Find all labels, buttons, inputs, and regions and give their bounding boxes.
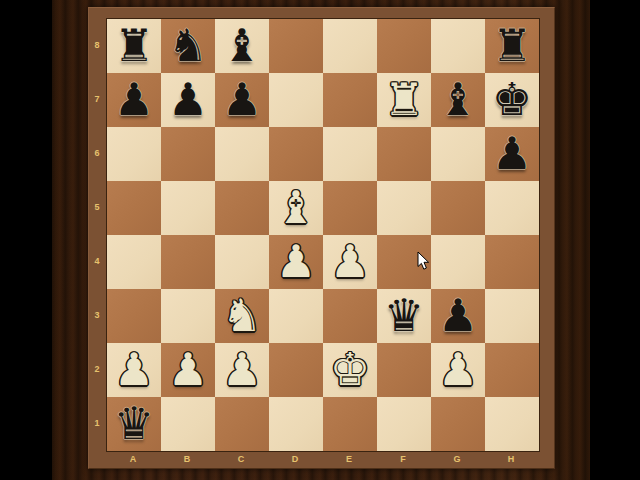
rank-label-3: 3 <box>88 288 106 342</box>
file-label-g: G <box>430 451 484 468</box>
square-h4[interactable] <box>485 235 539 289</box>
square-a1[interactable]: ♛ <box>107 397 161 451</box>
square-e1[interactable] <box>323 397 377 451</box>
file-label-b: B <box>160 451 214 468</box>
white-pawn[interactable]: ♟ <box>431 343 485 397</box>
square-b8[interactable]: ♞ <box>161 19 215 73</box>
square-d3[interactable] <box>269 289 323 343</box>
square-e4[interactable]: ♟ <box>323 235 377 289</box>
rank-label-8: 8 <box>88 18 106 72</box>
square-g7[interactable]: ♝ <box>431 73 485 127</box>
file-label-e: E <box>322 451 376 468</box>
square-b5[interactable] <box>161 181 215 235</box>
square-d4[interactable]: ♟ <box>269 235 323 289</box>
square-c1[interactable] <box>215 397 269 451</box>
file-label-a: A <box>106 451 160 468</box>
square-b6[interactable] <box>161 127 215 181</box>
rank-label-6: 6 <box>88 126 106 180</box>
square-d1[interactable] <box>269 397 323 451</box>
square-g5[interactable] <box>431 181 485 235</box>
cursor-pointer <box>417 251 430 271</box>
square-a4[interactable] <box>107 235 161 289</box>
square-f5[interactable] <box>377 181 431 235</box>
black-pawn[interactable]: ♟ <box>431 289 485 343</box>
square-a3[interactable] <box>107 289 161 343</box>
black-rook[interactable]: ♜ <box>485 19 539 73</box>
square-e7[interactable] <box>323 73 377 127</box>
square-h6[interactable]: ♟ <box>485 127 539 181</box>
black-king[interactable]: ♚ <box>485 73 539 127</box>
square-g8[interactable] <box>431 19 485 73</box>
square-h5[interactable] <box>485 181 539 235</box>
square-a6[interactable] <box>107 127 161 181</box>
square-a2[interactable]: ♟ <box>107 343 161 397</box>
black-pawn[interactable]: ♟ <box>485 127 539 181</box>
square-d2[interactable] <box>269 343 323 397</box>
square-f1[interactable] <box>377 397 431 451</box>
page-root: ♜♞♝♜♟♟♟♜♝♚♟♝♟♟♞♛♟♟♟♟♚♟♛ 87654321 ABCDEFG… <box>0 0 640 480</box>
chess-board[interactable]: ♜♞♝♜♟♟♟♜♝♚♟♝♟♟♞♛♟♟♟♟♚♟♛ <box>106 18 540 452</box>
white-pawn[interactable]: ♟ <box>269 235 323 289</box>
rank-label-4: 4 <box>88 234 106 288</box>
file-label-c: C <box>214 451 268 468</box>
square-g2[interactable]: ♟ <box>431 343 485 397</box>
black-knight[interactable]: ♞ <box>161 19 215 73</box>
square-c2[interactable]: ♟ <box>215 343 269 397</box>
white-pawn[interactable]: ♟ <box>215 343 269 397</box>
rank-label-5: 5 <box>88 180 106 234</box>
square-d5[interactable]: ♝ <box>269 181 323 235</box>
square-d6[interactable] <box>269 127 323 181</box>
square-e3[interactable] <box>323 289 377 343</box>
file-label-f: F <box>376 451 430 468</box>
square-f6[interactable] <box>377 127 431 181</box>
square-b4[interactable] <box>161 235 215 289</box>
white-bishop[interactable]: ♝ <box>269 181 323 235</box>
black-queen[interactable]: ♛ <box>377 289 431 343</box>
square-b1[interactable] <box>161 397 215 451</box>
square-c7[interactable]: ♟ <box>215 73 269 127</box>
square-g3[interactable]: ♟ <box>431 289 485 343</box>
rank-label-1: 1 <box>88 396 106 450</box>
square-f2[interactable] <box>377 343 431 397</box>
white-king[interactable]: ♚ <box>323 343 377 397</box>
white-knight[interactable]: ♞ <box>215 289 269 343</box>
square-e5[interactable] <box>323 181 377 235</box>
white-pawn[interactable]: ♟ <box>323 235 377 289</box>
rank-label-7: 7 <box>88 72 106 126</box>
black-queen[interactable]: ♛ <box>107 397 161 451</box>
square-c5[interactable] <box>215 181 269 235</box>
square-f8[interactable] <box>377 19 431 73</box>
square-b7[interactable]: ♟ <box>161 73 215 127</box>
square-c4[interactable] <box>215 235 269 289</box>
square-b3[interactable] <box>161 289 215 343</box>
square-b2[interactable]: ♟ <box>161 343 215 397</box>
square-d8[interactable] <box>269 19 323 73</box>
black-bishop[interactable]: ♝ <box>431 73 485 127</box>
white-pawn[interactable]: ♟ <box>161 343 215 397</box>
square-e6[interactable] <box>323 127 377 181</box>
white-rook[interactable]: ♜ <box>377 73 431 127</box>
square-g1[interactable] <box>431 397 485 451</box>
square-a5[interactable] <box>107 181 161 235</box>
black-bishop[interactable]: ♝ <box>215 19 269 73</box>
white-pawn[interactable]: ♟ <box>107 343 161 397</box>
square-f7[interactable]: ♜ <box>377 73 431 127</box>
square-f3[interactable]: ♛ <box>377 289 431 343</box>
square-e2[interactable]: ♚ <box>323 343 377 397</box>
square-g6[interactable] <box>431 127 485 181</box>
file-label-h: H <box>484 451 538 468</box>
black-pawn[interactable]: ♟ <box>107 73 161 127</box>
square-h2[interactable] <box>485 343 539 397</box>
square-c6[interactable] <box>215 127 269 181</box>
rank-label-2: 2 <box>88 342 106 396</box>
square-g4[interactable] <box>431 235 485 289</box>
black-pawn[interactable]: ♟ <box>161 73 215 127</box>
square-e8[interactable] <box>323 19 377 73</box>
square-h3[interactable] <box>485 289 539 343</box>
black-rook[interactable]: ♜ <box>107 19 161 73</box>
file-label-d: D <box>268 451 322 468</box>
black-pawn[interactable]: ♟ <box>215 73 269 127</box>
square-a7[interactable]: ♟ <box>107 73 161 127</box>
square-c8[interactable]: ♝ <box>215 19 269 73</box>
square-h7[interactable]: ♚ <box>485 73 539 127</box>
square-h1[interactable] <box>485 397 539 451</box>
square-d7[interactable] <box>269 73 323 127</box>
square-c3[interactable]: ♞ <box>215 289 269 343</box>
square-h8[interactable]: ♜ <box>485 19 539 73</box>
square-a8[interactable]: ♜ <box>107 19 161 73</box>
